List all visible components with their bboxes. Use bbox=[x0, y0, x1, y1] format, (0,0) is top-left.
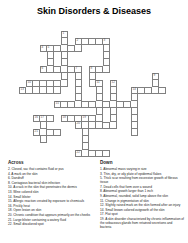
cell-number: 13 bbox=[21, 88, 24, 91]
grid-cell[interactable] bbox=[61, 73, 68, 80]
grid-cell[interactable] bbox=[96, 150, 103, 157]
grid-cell[interactable] bbox=[138, 87, 145, 94]
grid-cell[interactable] bbox=[89, 101, 96, 108]
grid-cell[interactable] bbox=[40, 80, 47, 87]
clue-item: 1. Abnormal mass varying in size bbox=[100, 167, 184, 171]
grid-cell[interactable] bbox=[33, 87, 40, 94]
clue-item: 8. Abnormal growth larger than 1 inch bbox=[100, 189, 184, 193]
cell-number: 16 bbox=[35, 116, 38, 119]
cell-number: 4 bbox=[42, 46, 44, 49]
grid-cell[interactable] bbox=[68, 115, 75, 122]
grid-cell[interactable] bbox=[82, 101, 89, 108]
grid-cell[interactable] bbox=[152, 87, 159, 94]
grid-cell[interactable]: 2 bbox=[75, 38, 82, 45]
grid-cell[interactable] bbox=[26, 87, 33, 94]
grid-cell[interactable] bbox=[75, 73, 82, 80]
clue-item: 14. Small brown colored outgrowth of the… bbox=[100, 208, 184, 212]
grid-cell[interactable] bbox=[82, 122, 89, 129]
grid-cell[interactable] bbox=[47, 115, 54, 122]
grid-cell[interactable] bbox=[124, 101, 131, 108]
grid-cell[interactable] bbox=[96, 101, 103, 108]
clue-item: 10. A crack in the skin that penetrates … bbox=[8, 185, 96, 189]
down-header: Down bbox=[100, 160, 184, 166]
clue-item: 19. A skin disorder characterized by chr… bbox=[100, 217, 184, 229]
grid-cell[interactable] bbox=[82, 38, 89, 45]
grid-cell[interactable] bbox=[61, 52, 68, 59]
grid-cell[interactable]: 16 bbox=[33, 115, 40, 122]
grid-cell[interactable] bbox=[131, 122, 138, 129]
grid-cell[interactable] bbox=[96, 115, 103, 122]
grid-cell[interactable] bbox=[47, 52, 54, 59]
cell-number: 6 bbox=[42, 67, 44, 70]
cell-number: 12 bbox=[112, 81, 115, 84]
grid-cell[interactable]: 5 bbox=[47, 45, 54, 52]
grid-cell[interactable] bbox=[82, 143, 89, 150]
grid-cell[interactable] bbox=[103, 59, 110, 66]
clue-item: 20. Chronic condition that appears prima… bbox=[8, 213, 96, 217]
clue-item: 22. Small discolored spot bbox=[8, 222, 96, 226]
grid-cell[interactable] bbox=[89, 73, 96, 80]
cell-number: 17 bbox=[41, 116, 44, 119]
grid-cell[interactable] bbox=[110, 108, 117, 115]
grid-cell[interactable] bbox=[103, 122, 110, 129]
grid-cell[interactable] bbox=[61, 59, 68, 66]
grid-cell[interactable] bbox=[40, 129, 47, 136]
grid-cell[interactable] bbox=[110, 87, 117, 94]
grid-cell[interactable] bbox=[145, 87, 152, 94]
grid-cell[interactable]: 6 bbox=[40, 66, 47, 73]
grid-cell[interactable] bbox=[47, 66, 54, 73]
grid-cell[interactable] bbox=[75, 80, 82, 87]
grid-cell[interactable]: 9 bbox=[152, 73, 159, 80]
grid-cell[interactable] bbox=[82, 136, 89, 143]
grid-cell[interactable] bbox=[96, 108, 103, 115]
grid-cell[interactable] bbox=[54, 87, 61, 94]
grid-cell[interactable]: 19 bbox=[82, 115, 89, 122]
grid-cell[interactable] bbox=[131, 115, 138, 122]
page-title: Skin Disorders & Diseases bbox=[0, 6, 188, 16]
crossword-grid: 12345678910111213141516171819202122 bbox=[5, 31, 166, 157]
grid-cell[interactable] bbox=[103, 66, 110, 73]
grid-cell[interactable] bbox=[131, 101, 138, 108]
grid-cell[interactable] bbox=[103, 150, 110, 157]
grid-cell[interactable]: 17 bbox=[40, 115, 47, 122]
grid-cell[interactable] bbox=[103, 52, 110, 59]
grid-cell[interactable] bbox=[89, 122, 96, 129]
clue-item: 11. Change in pigmentation of skin bbox=[100, 199, 184, 203]
grid-cell[interactable] bbox=[110, 101, 117, 108]
clue-item: 3. Thin, dry, or oily plate of epidermal… bbox=[100, 172, 184, 176]
clue-item: 7. Dead cells that form over a wound bbox=[100, 185, 184, 189]
clue-item: 15. Allergic reaction created by exposur… bbox=[8, 199, 96, 203]
grid-cell[interactable] bbox=[131, 129, 138, 136]
grid-cell[interactable] bbox=[82, 150, 89, 157]
grid-cell[interactable] bbox=[103, 45, 110, 52]
grid-cell[interactable] bbox=[68, 101, 75, 108]
across-clues-column: Across 2. Closed, sac that contains flui… bbox=[8, 160, 96, 227]
cell-number: 22 bbox=[77, 151, 80, 154]
grid-cell[interactable] bbox=[54, 66, 61, 73]
grid-cell[interactable] bbox=[61, 38, 68, 45]
grid-cell[interactable] bbox=[110, 115, 117, 122]
cell-number: 9 bbox=[154, 74, 156, 77]
clue-item: 12. Slightly raised mark on the skin for… bbox=[100, 203, 184, 207]
cell-number: 7 bbox=[76, 67, 78, 70]
grid-cell[interactable] bbox=[96, 94, 103, 101]
grid-cell[interactable] bbox=[40, 136, 47, 143]
clue-item: 9. Abnormal, rounded, solid lump above t… bbox=[100, 194, 184, 198]
grid-cell[interactable] bbox=[40, 87, 47, 94]
grid-cell[interactable]: 3 bbox=[103, 38, 110, 45]
grid-cell[interactable]: 12 bbox=[110, 80, 117, 87]
grid-cell[interactable]: 4 bbox=[40, 45, 47, 52]
grid-cell[interactable] bbox=[54, 129, 61, 136]
grid-cell[interactable] bbox=[96, 87, 103, 94]
down-clues-column: Down 1. Abnormal mass varying in size3. … bbox=[100, 160, 184, 230]
grid-cell[interactable]: 13 bbox=[19, 87, 26, 94]
clue-item: 8. Contagious bacterial skin infection bbox=[8, 181, 96, 185]
grid-cell[interactable] bbox=[47, 80, 54, 87]
grid-cell[interactable] bbox=[75, 45, 82, 52]
grid-cell[interactable] bbox=[61, 45, 68, 52]
down-clue-list: 1. Abnormal mass varying in size3. Thin,… bbox=[100, 167, 184, 229]
grid-cell[interactable] bbox=[96, 66, 103, 73]
grid-cell[interactable] bbox=[61, 66, 68, 73]
cell-number: 3 bbox=[104, 39, 106, 42]
across-header: Across bbox=[8, 160, 96, 166]
grid-cell[interactable] bbox=[89, 38, 96, 45]
grid-cell[interactable] bbox=[89, 115, 96, 122]
grid-cell[interactable]: 14 bbox=[131, 87, 138, 94]
across-clue-list: 2. Closed, sac that contains fluid or pu… bbox=[8, 167, 96, 226]
grid-cell[interactable]: 15 bbox=[54, 101, 61, 108]
cell-number: 2 bbox=[77, 39, 79, 42]
clue-item: 14. Small blister bbox=[8, 195, 96, 199]
grid-cell[interactable]: 18 bbox=[61, 115, 68, 122]
clue-item: 21. Large blister containing a watery fl… bbox=[8, 218, 96, 222]
grid-cell[interactable]: 11 bbox=[96, 80, 103, 87]
grid-cell[interactable] bbox=[54, 80, 61, 87]
cell-number: 15 bbox=[56, 102, 59, 105]
grid-cell[interactable] bbox=[82, 129, 89, 136]
cell-number: 1 bbox=[63, 32, 65, 35]
grid-cell[interactable]: 7 bbox=[75, 66, 82, 73]
grid-cell[interactable] bbox=[110, 122, 117, 129]
grid-cell[interactable] bbox=[75, 94, 82, 101]
grid-cell[interactable] bbox=[96, 122, 103, 129]
grid-cell[interactable] bbox=[131, 108, 138, 115]
grid-cell[interactable]: 10 bbox=[26, 80, 33, 87]
cell-number: 20 bbox=[77, 122, 80, 125]
grid-cell[interactable]: 8 bbox=[89, 66, 96, 73]
clue-item: 17. Flat spot bbox=[100, 212, 184, 216]
clue-item: 16. Prickly heat bbox=[8, 204, 96, 208]
grid-cell[interactable] bbox=[61, 101, 68, 108]
grid-cell[interactable]: 21 bbox=[33, 129, 40, 136]
grid-cell[interactable]: 1 bbox=[61, 31, 68, 38]
grid-cell[interactable] bbox=[68, 45, 75, 52]
grid-cell[interactable] bbox=[40, 122, 47, 129]
grid-cell[interactable] bbox=[117, 101, 124, 108]
cell-number: 18 bbox=[63, 116, 66, 119]
grid-cell[interactable]: 22 bbox=[75, 150, 82, 157]
grid-cell[interactable] bbox=[47, 129, 54, 136]
grid-cell[interactable] bbox=[54, 45, 61, 52]
grid-cell[interactable] bbox=[47, 87, 54, 94]
cell-number: 5 bbox=[48, 46, 50, 49]
grid-cell[interactable] bbox=[33, 80, 40, 87]
grid-cell[interactable] bbox=[75, 87, 82, 94]
cell-number: 21 bbox=[35, 130, 38, 133]
grid-cell[interactable] bbox=[96, 38, 103, 45]
clue-item: 6. Dandruff bbox=[8, 176, 96, 180]
clue-item: 13. Wine colored skin bbox=[8, 190, 96, 194]
cell-number: 8 bbox=[91, 67, 93, 70]
grid-cell[interactable] bbox=[159, 87, 166, 94]
cell-number: 19 bbox=[83, 116, 86, 119]
cell-number: 14 bbox=[133, 88, 136, 91]
clue-item: 5. Thick scar resulting from excessive g… bbox=[100, 176, 184, 184]
cell-number: 10 bbox=[28, 81, 31, 84]
clue-item: 18. Open lesion on skin bbox=[8, 208, 96, 212]
clue-item: 4. A mark on the skin bbox=[8, 172, 96, 176]
grid-cell[interactable] bbox=[131, 94, 138, 101]
grid-cell[interactable] bbox=[47, 59, 54, 66]
grid-cell[interactable] bbox=[110, 94, 117, 101]
grid-cell[interactable] bbox=[89, 150, 96, 157]
clue-item: 2. Closed, sac that contains fluid or pu… bbox=[8, 167, 96, 171]
grid-cell[interactable] bbox=[61, 80, 68, 87]
grid-cell[interactable] bbox=[103, 101, 110, 108]
grid-cell[interactable]: 20 bbox=[75, 122, 82, 129]
cell-number: 11 bbox=[97, 81, 100, 84]
grid-cell[interactable] bbox=[75, 101, 82, 108]
grid-cell[interactable] bbox=[89, 80, 96, 87]
grid-cell[interactable] bbox=[152, 80, 159, 87]
grid-cell[interactable] bbox=[68, 66, 75, 73]
